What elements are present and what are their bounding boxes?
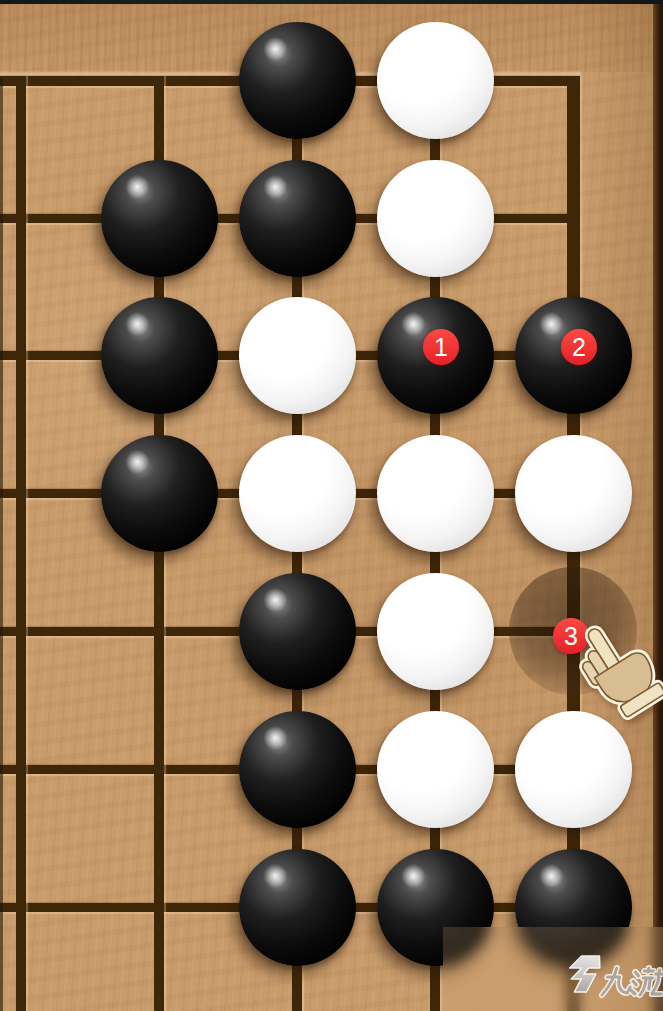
black-stone [239,160,356,277]
white-stone [377,22,494,139]
white-stone [377,711,494,828]
black-stone [101,160,218,277]
board-top-edge-bar [0,0,663,4]
go-board[interactable]: 123 [0,0,663,1011]
white-stone [239,297,356,414]
black-stone [239,573,356,690]
board-side-edge [653,4,663,1011]
white-stone [377,435,494,552]
white-stone [377,573,494,690]
jiuyou-watermark: 九游 [566,952,663,1008]
left-crop-edge [0,78,3,1011]
black-stone [239,711,356,828]
9game-logo-icon [566,952,663,1008]
go-app-screenshot: 123 九游 [0,0,663,1011]
white-stone [239,435,356,552]
black-stone [101,297,218,414]
black-stone [101,435,218,552]
tap-hand-cursor [562,624,663,739]
move-number-badge: 2 [561,329,597,365]
move-number-badge: 1 [423,329,459,365]
white-stone [515,435,632,552]
black-stone [239,849,356,966]
stones-layer: 123 [0,0,663,1011]
white-stone [377,160,494,277]
black-stone [239,22,356,139]
